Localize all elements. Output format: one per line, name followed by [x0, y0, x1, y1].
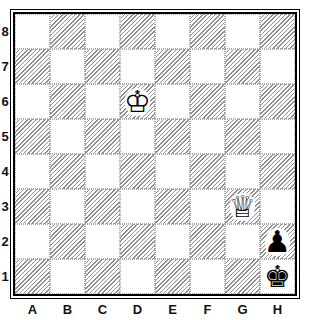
- white-queen: ♕: [225, 189, 260, 224]
- square-b6: [50, 84, 85, 119]
- file-labels: ABCDEFGH: [15, 301, 295, 318]
- file-label-b: B: [50, 301, 85, 318]
- square-h1: ♚: [260, 259, 295, 294]
- square-d7: [120, 49, 155, 84]
- square-f1: [190, 259, 225, 294]
- square-c1: [85, 259, 120, 294]
- file-label-c: C: [85, 301, 120, 318]
- square-d1: [120, 259, 155, 294]
- square-g8: [225, 14, 260, 49]
- square-c4: [85, 154, 120, 189]
- square-b5: [50, 119, 85, 154]
- rank-labels: 87654321: [0, 14, 10, 294]
- square-e4: [155, 154, 190, 189]
- rank-label-8: 8: [0, 14, 10, 49]
- square-h3: [260, 189, 295, 224]
- square-d8: [120, 14, 155, 49]
- square-a4: [15, 154, 50, 189]
- black-pawn: ♟: [260, 224, 295, 259]
- square-b3: [50, 189, 85, 224]
- square-a6: [15, 84, 50, 119]
- square-h5: [260, 119, 295, 154]
- rank-label-3: 3: [0, 189, 10, 224]
- rank-label-1: 1: [0, 259, 10, 294]
- square-h4: [260, 154, 295, 189]
- square-b1: [50, 259, 85, 294]
- square-c7: [85, 49, 120, 84]
- file-label-f: F: [190, 301, 225, 318]
- rank-label-4: 4: [0, 154, 10, 189]
- square-f7: [190, 49, 225, 84]
- square-f8: [190, 14, 225, 49]
- file-label-g: G: [225, 301, 260, 318]
- square-a1: [15, 259, 50, 294]
- white-king: ♔: [120, 84, 155, 119]
- chess-board: ♔♕♟♚: [15, 14, 295, 294]
- square-f6: [190, 84, 225, 119]
- square-a8: [15, 14, 50, 49]
- square-a2: [15, 224, 50, 259]
- square-d4: [120, 154, 155, 189]
- square-c6: [85, 84, 120, 119]
- square-g3: ♕: [225, 189, 260, 224]
- square-g5: [225, 119, 260, 154]
- rank-label-6: 6: [0, 84, 10, 119]
- square-a5: [15, 119, 50, 154]
- square-f3: [190, 189, 225, 224]
- black-king: ♚: [260, 259, 295, 294]
- rank-label-5: 5: [0, 119, 10, 154]
- file-label-d: D: [120, 301, 155, 318]
- square-f4: [190, 154, 225, 189]
- square-d5: [120, 119, 155, 154]
- square-e7: [155, 49, 190, 84]
- square-e1: [155, 259, 190, 294]
- square-c3: [85, 189, 120, 224]
- square-e2: [155, 224, 190, 259]
- square-a3: [15, 189, 50, 224]
- square-h8: [260, 14, 295, 49]
- file-label-a: A: [15, 301, 50, 318]
- square-b8: [50, 14, 85, 49]
- chess-diagram: 87654321 ♔♕♟♚ ABCDEFGH: [0, 0, 314, 320]
- square-d6: ♔: [120, 84, 155, 119]
- square-g1: [225, 259, 260, 294]
- square-f2: [190, 224, 225, 259]
- square-a7: [15, 49, 50, 84]
- square-h7: [260, 49, 295, 84]
- square-g2: [225, 224, 260, 259]
- square-b7: [50, 49, 85, 84]
- square-e8: [155, 14, 190, 49]
- square-h6: [260, 84, 295, 119]
- square-g6: [225, 84, 260, 119]
- square-g4: [225, 154, 260, 189]
- square-e6: [155, 84, 190, 119]
- square-c5: [85, 119, 120, 154]
- square-c2: [85, 224, 120, 259]
- board-frame-outer: ♔♕♟♚: [10, 9, 300, 299]
- square-b4: [50, 154, 85, 189]
- square-g7: [225, 49, 260, 84]
- square-c8: [85, 14, 120, 49]
- rank-label-2: 2: [0, 224, 10, 259]
- square-b2: [50, 224, 85, 259]
- square-d3: [120, 189, 155, 224]
- square-e5: [155, 119, 190, 154]
- file-label-e: E: [155, 301, 190, 318]
- file-label-h: H: [260, 301, 295, 318]
- board-frame-inner: ♔♕♟♚: [13, 12, 297, 296]
- rank-label-7: 7: [0, 49, 10, 84]
- square-f5: [190, 119, 225, 154]
- square-e3: [155, 189, 190, 224]
- square-h2: ♟: [260, 224, 295, 259]
- square-d2: [120, 224, 155, 259]
